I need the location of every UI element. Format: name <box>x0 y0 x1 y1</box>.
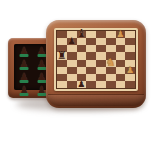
square-a5[interactable]: ♜ <box>57 52 67 59</box>
square-g2[interactable] <box>116 74 126 81</box>
square-g4[interactable] <box>116 60 126 67</box>
square-c4[interactable] <box>77 60 87 67</box>
drawer-piece-1[interactable]: ♟ <box>20 46 29 56</box>
square-c5[interactable] <box>77 52 87 59</box>
square-f8[interactable] <box>106 31 116 38</box>
drawer-slot-3: ♟ <box>16 59 33 71</box>
box-front-edge <box>48 94 144 106</box>
square-b6[interactable] <box>67 45 77 52</box>
square-e7[interactable] <box>96 38 106 45</box>
square-b1[interactable] <box>67 81 77 88</box>
square-g8[interactable]: ♟ <box>116 31 126 38</box>
square-h7[interactable] <box>125 38 135 45</box>
square-c3[interactable] <box>77 67 87 74</box>
square-b5[interactable] <box>67 52 77 59</box>
square-d8[interactable] <box>86 31 96 38</box>
square-c6[interactable] <box>77 45 87 52</box>
square-f1[interactable] <box>106 81 116 88</box>
square-e4[interactable] <box>96 60 106 67</box>
square-e6[interactable] <box>96 45 106 52</box>
square-h2[interactable] <box>125 74 135 81</box>
square-g1[interactable] <box>116 81 126 88</box>
square-a7[interactable] <box>57 38 67 45</box>
square-h3[interactable]: ♟ <box>125 67 135 74</box>
piece-light-knight-f4[interactable]: ♞ <box>106 57 116 68</box>
square-h1[interactable] <box>125 81 135 88</box>
drawer-piece-7[interactable]: ♟ <box>20 85 29 95</box>
photo-background: ♟♟♟♟♟♟♟♟ ♝♟♟♜♞♟♟ <box>0 0 160 160</box>
square-d1[interactable] <box>86 81 96 88</box>
square-a2[interactable] <box>57 74 67 81</box>
drawer-piece-2[interactable]: ♟ <box>37 46 46 56</box>
board-frame: ♝♟♟♜♞♟♟ <box>54 28 138 91</box>
square-d7[interactable] <box>86 38 96 45</box>
square-g5[interactable] <box>116 52 126 59</box>
square-b7[interactable]: ♟ <box>67 38 77 45</box>
square-b4[interactable] <box>67 60 77 67</box>
square-d2[interactable] <box>86 74 96 81</box>
drawer-slot-7: ♟ <box>16 85 33 97</box>
piece-dark-rook-a5[interactable]: ♜ <box>57 50 67 61</box>
drawer-piece-3[interactable]: ♟ <box>20 59 29 69</box>
square-d5[interactable] <box>86 52 96 59</box>
drawer-slot-5: ♟ <box>16 72 33 84</box>
square-e1[interactable] <box>96 81 106 88</box>
square-b2[interactable] <box>67 74 77 81</box>
square-f4[interactable]: ♞ <box>106 60 116 67</box>
piece-dark-pawn-c1[interactable]: ♟ <box>77 80 85 89</box>
drawer-slot-1: ♟ <box>16 46 33 58</box>
square-f6[interactable] <box>106 45 116 52</box>
drawer-piece-6[interactable]: ♟ <box>37 72 46 82</box>
square-b3[interactable] <box>67 67 77 74</box>
drawer-piece-5[interactable]: ♟ <box>20 72 29 82</box>
chess-box: ♝♟♟♜♞♟♟ <box>46 20 146 108</box>
piece-light-pawn-g8[interactable]: ♟ <box>116 30 124 39</box>
square-g3[interactable] <box>116 67 126 74</box>
square-e8[interactable] <box>96 31 106 38</box>
piece-dark-bishop-c8[interactable]: ♝ <box>76 28 86 39</box>
square-f7[interactable] <box>106 38 116 45</box>
square-h6[interactable] <box>125 45 135 52</box>
square-g6[interactable] <box>116 45 126 52</box>
square-d4[interactable] <box>86 60 96 67</box>
square-c8[interactable]: ♝ <box>77 31 87 38</box>
square-h5[interactable] <box>125 52 135 59</box>
piece-dark-pawn-b7[interactable]: ♟ <box>68 37 76 46</box>
square-h8[interactable] <box>125 31 135 38</box>
square-a8[interactable] <box>57 31 67 38</box>
square-e2[interactable] <box>96 74 106 81</box>
piece-light-pawn-h3[interactable]: ♟ <box>126 66 134 75</box>
square-f2[interactable] <box>106 74 116 81</box>
square-c1[interactable]: ♟ <box>77 81 87 88</box>
drawer-piece-4[interactable]: ♟ <box>37 59 46 69</box>
square-e5[interactable] <box>96 52 106 59</box>
square-a3[interactable] <box>57 67 67 74</box>
square-d3[interactable] <box>86 67 96 74</box>
square-d6[interactable] <box>86 45 96 52</box>
square-e3[interactable] <box>96 67 106 74</box>
drawer-piece-8[interactable]: ♟ <box>37 85 46 95</box>
board: ♝♟♟♜♞♟♟ <box>57 31 135 88</box>
square-g7[interactable] <box>116 38 126 45</box>
square-a1[interactable] <box>57 81 67 88</box>
